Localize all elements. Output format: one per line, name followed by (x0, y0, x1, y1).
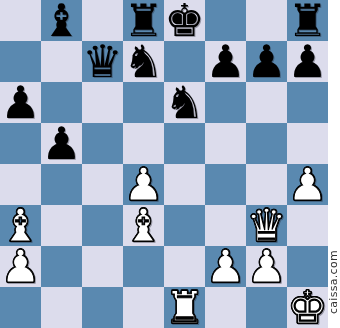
square-e3[interactable] (164, 205, 205, 246)
square-d1[interactable] (123, 287, 164, 328)
square-b7[interactable] (41, 41, 82, 82)
square-h6[interactable] (287, 82, 328, 123)
square-b4[interactable] (41, 164, 82, 205)
square-a8[interactable] (0, 0, 41, 41)
square-c1[interactable] (82, 287, 123, 328)
square-b8[interactable]: ♝ (41, 0, 82, 41)
square-e4[interactable] (164, 164, 205, 205)
square-b2[interactable] (41, 246, 82, 287)
white-bishop: ♝ (123, 203, 163, 248)
square-b3[interactable] (41, 205, 82, 246)
square-c4[interactable] (82, 164, 123, 205)
square-f7[interactable]: ♟ (205, 41, 246, 82)
black-pawn: ♟ (0, 80, 40, 125)
square-g6[interactable] (246, 82, 287, 123)
chess-diagram: ♝♜♚♜♛♞♟♟♟♟♞♟♟♟♝♝♛♟♟♟♜♚ caissa.com (0, 0, 340, 328)
square-d3[interactable]: ♝ (123, 205, 164, 246)
square-g1[interactable] (246, 287, 287, 328)
white-pawn: ♟ (0, 244, 40, 289)
black-knight: ♞ (164, 80, 204, 125)
black-pawn: ♟ (41, 121, 81, 166)
square-c6[interactable] (82, 82, 123, 123)
black-pawn: ♟ (246, 39, 286, 84)
square-e5[interactable] (164, 123, 205, 164)
black-queen: ♛ (82, 39, 122, 84)
square-c3[interactable] (82, 205, 123, 246)
black-pawn: ♟ (287, 39, 327, 84)
square-c2[interactable] (82, 246, 123, 287)
square-g2[interactable]: ♟ (246, 246, 287, 287)
white-pawn: ♟ (287, 162, 327, 207)
square-h4[interactable]: ♟ (287, 164, 328, 205)
square-e6[interactable]: ♞ (164, 82, 205, 123)
square-c7[interactable]: ♛ (82, 41, 123, 82)
square-f4[interactable] (205, 164, 246, 205)
black-knight: ♞ (123, 39, 163, 84)
square-e8[interactable]: ♚ (164, 0, 205, 41)
square-a6[interactable]: ♟ (0, 82, 41, 123)
chess-board: ♝♜♚♜♛♞♟♟♟♟♞♟♟♟♝♝♛♟♟♟♜♚ (0, 0, 328, 328)
square-e1[interactable]: ♜ (164, 287, 205, 328)
credit-watermark: caissa.com (328, 250, 340, 314)
square-a1[interactable] (0, 287, 41, 328)
black-pawn: ♟ (205, 39, 245, 84)
white-king: ♚ (287, 285, 327, 328)
square-d2[interactable] (123, 246, 164, 287)
square-a2[interactable]: ♟ (0, 246, 41, 287)
square-b5[interactable]: ♟ (41, 123, 82, 164)
square-d7[interactable]: ♞ (123, 41, 164, 82)
square-h3[interactable] (287, 205, 328, 246)
square-f6[interactable] (205, 82, 246, 123)
square-f5[interactable] (205, 123, 246, 164)
square-h1[interactable]: ♚ (287, 287, 328, 328)
white-pawn: ♟ (205, 244, 245, 289)
square-h7[interactable]: ♟ (287, 41, 328, 82)
black-king: ♚ (164, 0, 204, 43)
square-g7[interactable]: ♟ (246, 41, 287, 82)
black-bishop: ♝ (41, 0, 81, 43)
white-pawn: ♟ (246, 244, 286, 289)
square-f2[interactable]: ♟ (205, 246, 246, 287)
square-b1[interactable] (41, 287, 82, 328)
square-g5[interactable] (246, 123, 287, 164)
square-f1[interactable] (205, 287, 246, 328)
square-d6[interactable] (123, 82, 164, 123)
white-rook: ♜ (164, 285, 204, 328)
square-a5[interactable] (0, 123, 41, 164)
square-c5[interactable] (82, 123, 123, 164)
